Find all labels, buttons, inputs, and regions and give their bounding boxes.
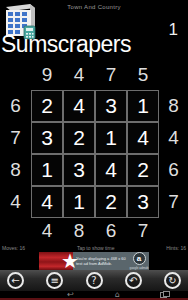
clue-left-0: 6 [0,90,31,122]
clue-right-3: 7 [159,186,188,218]
header: Town And Country Sumscrap [0,0,188,60]
nav-back-icon: ↩ [67,291,74,298]
corner-top-left [0,60,31,90]
cell-r2c3[interactable]: 2 [127,154,159,186]
clue-left-2: 8 [0,154,31,186]
clue-bottom-3: 7 [127,218,159,244]
clue-bottom-0: 4 [31,218,63,244]
clue-top-1: 4 [63,60,95,90]
admob-logo-caption: google admob [129,266,148,270]
undo-button[interactable]: ↶ [125,272,142,289]
cell-r2c1[interactable]: 3 [63,154,95,186]
toolbar: ←≡?↶↻ [0,270,188,291]
back-button[interactable]: ← [7,272,24,289]
nav-recents-button[interactable] [141,291,188,298]
restart-button[interactable]: ↻ [164,272,181,289]
app-screen: Town And Country Sumscrap [0,0,188,300]
nav-home-button[interactable]: ⌂ [94,291,141,298]
cell-r1c3[interactable]: 4 [127,122,159,154]
clue-top-0: 9 [31,60,63,90]
android-navbar: ↩ ⌂ [0,291,188,298]
corner-top-right [159,60,188,90]
cell-r0c2[interactable]: 3 [95,90,127,122]
nav-home-icon: ⌂ [115,291,120,298]
clue-left-1: 7 [0,122,31,154]
ad-row: ★ You're displaying a 468 x 60 test ad f… [0,252,188,270]
menu-icon: ≡ [51,276,59,286]
cell-r0c1[interactable]: 4 [63,90,95,122]
cell-r0c3[interactable]: 1 [127,90,159,122]
ad-red-panel: ★ [39,252,73,270]
clue-right-2: 6 [159,154,188,186]
clue-right-0: 8 [159,90,188,122]
puzzle-number: 1 [169,20,178,40]
ad-line2: test ad from AdMob. [76,261,129,266]
cell-r3c2[interactable]: 2 [95,186,127,218]
clue-right-1: 4 [159,122,188,154]
cell-r0c0[interactable]: 2 [31,90,63,122]
status-bar: Moves: 16 Tap to show time Hints: 16 [0,244,188,252]
cell-r3c0[interactable]: 4 [31,186,63,218]
undo-icon: ↶ [129,276,137,286]
cell-r2c0[interactable]: 1 [31,154,63,186]
clue-top-2: 7 [95,60,127,90]
cell-r3c1[interactable]: 1 [63,186,95,218]
ad-text: You're displaying a 468 x 60 test ad fro… [73,252,129,270]
clue-top-3: 5 [127,60,159,90]
admob-logo: a google admob [129,252,149,270]
moves-counter: Moves: 16 [2,245,25,251]
star-icon: ★ [61,252,79,270]
time-toggle[interactable]: Tap to show time [77,245,115,251]
cell-r2c2[interactable]: 4 [95,154,127,186]
help-icon: ? [91,276,96,286]
cell-r1c1[interactable]: 2 [63,122,95,154]
clue-bottom-2: 6 [95,218,127,244]
nav-back-button[interactable]: ↩ [47,291,94,298]
puzzle-board: 94756243187321448134264412374867 [0,60,188,244]
cell-r1c2[interactable]: 1 [95,122,127,154]
clue-left-3: 4 [0,186,31,218]
ad-banner[interactable]: ★ You're displaying a 468 x 60 test ad f… [39,252,149,270]
restart-icon: ↻ [168,276,176,286]
help-button[interactable]: ? [86,272,103,289]
corner-bottom-left [0,218,31,244]
app-title: Sumscrapers [1,31,131,58]
corner-bottom-right [159,218,188,244]
cell-r1c0[interactable]: 3 [31,122,63,154]
admob-logo-icon: a [133,252,146,265]
nav-recents-icon [160,291,169,298]
hints-counter: Hints: 16 [166,245,186,251]
clue-bottom-1: 8 [63,218,95,244]
cell-r3c3[interactable]: 3 [127,186,159,218]
menu-button[interactable]: ≡ [46,272,63,289]
back-icon: ← [11,276,19,286]
